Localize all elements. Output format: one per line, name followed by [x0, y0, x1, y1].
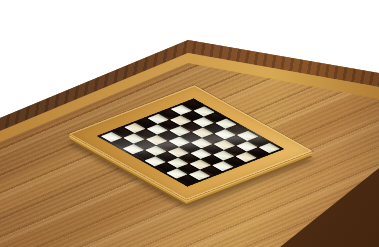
scene — [0, 0, 379, 247]
